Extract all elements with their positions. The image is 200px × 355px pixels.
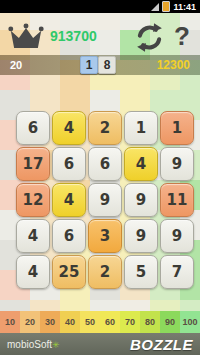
crown-icon [7,22,45,51]
legend-cell-100: 100 [180,311,200,333]
next-tile-1: 1 [80,56,98,74]
battery-icon [162,1,170,12]
board-tile[interactable]: 9 [124,219,158,253]
board-tile[interactable]: 12 [16,183,50,217]
legend-cell-50: 50 [80,311,100,333]
total-score: 913700 [50,28,97,44]
board-tile[interactable]: 2 [88,111,122,145]
board-tile[interactable]: 1 [124,111,158,145]
board-tile[interactable]: 11 [160,183,194,217]
legend-cell-10: 10 [0,311,20,333]
next-tile-2: 8 [98,56,116,74]
legend-cell-30: 30 [40,311,60,333]
board-tile[interactable]: 9 [160,219,194,253]
board-tile[interactable]: 4 [16,255,50,289]
score-legend: 102030405060708090100 [0,311,200,333]
header: 913700 ? [0,13,200,55]
brand-label: mobioSoft✳ [7,339,60,350]
info-bar: 20 1 8 12300 [0,55,200,75]
board-tile[interactable]: 17 [16,147,50,181]
board-tile[interactable]: 9 [160,147,194,181]
legend-cell-80: 80 [140,311,160,333]
game-title: BOZZLE [130,336,193,353]
board-tile[interactable]: 6 [52,147,86,181]
board-tile[interactable]: 1 [160,111,194,145]
status-time: 11:41 [173,2,196,12]
legend-cell-60: 60 [100,311,120,333]
board-tile[interactable]: 25 [52,255,86,289]
board-tile[interactable]: 3 [88,219,122,253]
app-screen: 11:41 913700 ? 20 1 8 12300 [0,0,200,355]
board-tile[interactable]: 4 [52,111,86,145]
brand-star-icon: ✳ [52,340,60,350]
status-bar: 11:41 [0,0,200,13]
board-tile[interactable]: 9 [124,183,158,217]
footer-bar: mobioSoft✳ BOZZLE [0,333,200,355]
restart-icon[interactable] [132,21,167,54]
board-tile[interactable]: 7 [160,255,194,289]
legend-cell-70: 70 [120,311,140,333]
moves-counter: 20 [10,59,22,71]
board-tile[interactable]: 2 [88,255,122,289]
help-button[interactable]: ? [170,19,194,53]
legend-cell-20: 20 [20,311,40,333]
board-tile[interactable]: 6 [88,147,122,181]
legend-cell-40: 40 [60,311,80,333]
round-score: 12300 [157,58,190,72]
board-tile[interactable]: 6 [16,111,50,145]
board-tile[interactable]: 5 [124,255,158,289]
next-tiles: 1 8 [80,56,116,74]
signal-icon [151,3,159,11]
board-tile[interactable]: 6 [52,219,86,253]
legend-cell-90: 90 [160,311,180,333]
board-tile[interactable]: 4 [16,219,50,253]
board-tile[interactable]: 4 [124,147,158,181]
game-board: 64211176649124991146399425257 [16,111,194,289]
board-tile[interactable]: 9 [88,183,122,217]
board-tile[interactable]: 4 [52,183,86,217]
